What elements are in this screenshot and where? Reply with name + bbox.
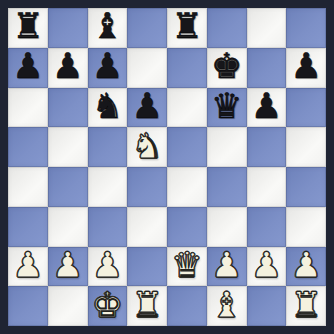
white-king[interactable]: ♚ — [92, 288, 123, 323]
square-g5[interactable] — [247, 127, 287, 167]
white-rook[interactable]: ♜ — [131, 288, 162, 323]
square-b7[interactable]: ♟ — [48, 48, 88, 88]
black-pawn[interactable]: ♟ — [251, 89, 282, 124]
square-h6[interactable] — [286, 88, 326, 128]
square-c1[interactable]: ♚ — [88, 286, 128, 326]
square-b5[interactable] — [48, 127, 88, 167]
black-king[interactable]: ♚ — [211, 49, 242, 84]
square-a4[interactable] — [8, 167, 48, 207]
white-bishop[interactable]: ♝ — [211, 288, 242, 323]
chess-board-frame: ♜♝♜♟♟♟♚♟♞♟♛♟♞♟♟♟♛♟♟♟♚♜♝♜ — [0, 0, 334, 334]
square-b2[interactable]: ♟ — [48, 247, 88, 287]
square-f2[interactable]: ♟ — [207, 247, 247, 287]
square-g2[interactable]: ♟ — [247, 247, 287, 287]
square-b6[interactable] — [48, 88, 88, 128]
square-h8[interactable] — [286, 8, 326, 48]
square-g3[interactable] — [247, 207, 287, 247]
square-a8[interactable]: ♜ — [8, 8, 48, 48]
square-c5[interactable] — [88, 127, 128, 167]
square-e2[interactable]: ♛ — [167, 247, 207, 287]
chess-board: ♜♝♜♟♟♟♚♟♞♟♛♟♞♟♟♟♛♟♟♟♚♜♝♜ — [8, 8, 326, 326]
black-pawn[interactable]: ♟ — [92, 49, 123, 84]
square-c2[interactable]: ♟ — [88, 247, 128, 287]
square-b1[interactable] — [48, 286, 88, 326]
black-pawn[interactable]: ♟ — [12, 49, 43, 84]
white-queen[interactable]: ♛ — [171, 248, 202, 283]
square-a5[interactable] — [8, 127, 48, 167]
square-g1[interactable] — [247, 286, 287, 326]
white-rook[interactable]: ♜ — [290, 288, 321, 323]
square-f3[interactable] — [207, 207, 247, 247]
square-h4[interactable] — [286, 167, 326, 207]
white-pawn[interactable]: ♟ — [211, 248, 242, 283]
square-h5[interactable] — [286, 127, 326, 167]
square-g8[interactable] — [247, 8, 287, 48]
square-e4[interactable] — [167, 167, 207, 207]
square-d2[interactable] — [127, 247, 167, 287]
square-g4[interactable] — [247, 167, 287, 207]
white-knight[interactable]: ♞ — [131, 129, 162, 164]
square-d4[interactable] — [127, 167, 167, 207]
white-pawn[interactable]: ♟ — [12, 248, 43, 283]
black-queen[interactable]: ♛ — [211, 89, 242, 124]
square-d7[interactable] — [127, 48, 167, 88]
white-pawn[interactable]: ♟ — [52, 248, 83, 283]
square-d5[interactable]: ♞ — [127, 127, 167, 167]
black-rook[interactable]: ♜ — [12, 9, 43, 44]
square-c3[interactable] — [88, 207, 128, 247]
square-a1[interactable] — [8, 286, 48, 326]
square-c6[interactable]: ♞ — [88, 88, 128, 128]
black-rook[interactable]: ♜ — [171, 9, 202, 44]
square-f5[interactable] — [207, 127, 247, 167]
square-e6[interactable] — [167, 88, 207, 128]
square-b3[interactable] — [48, 207, 88, 247]
square-c8[interactable]: ♝ — [88, 8, 128, 48]
square-f6[interactable]: ♛ — [207, 88, 247, 128]
square-a7[interactable]: ♟ — [8, 48, 48, 88]
square-c7[interactable]: ♟ — [88, 48, 128, 88]
square-a2[interactable]: ♟ — [8, 247, 48, 287]
square-e8[interactable]: ♜ — [167, 8, 207, 48]
white-pawn[interactable]: ♟ — [251, 248, 282, 283]
square-e3[interactable] — [167, 207, 207, 247]
square-f4[interactable] — [207, 167, 247, 207]
black-bishop[interactable]: ♝ — [92, 9, 123, 44]
square-h1[interactable]: ♜ — [286, 286, 326, 326]
square-d8[interactable] — [127, 8, 167, 48]
square-e7[interactable] — [167, 48, 207, 88]
square-b4[interactable] — [48, 167, 88, 207]
square-h2[interactable]: ♟ — [286, 247, 326, 287]
black-pawn[interactable]: ♟ — [52, 49, 83, 84]
square-e1[interactable] — [167, 286, 207, 326]
white-pawn[interactable]: ♟ — [92, 248, 123, 283]
square-a6[interactable] — [8, 88, 48, 128]
square-h3[interactable] — [286, 207, 326, 247]
square-f8[interactable] — [207, 8, 247, 48]
square-a3[interactable] — [8, 207, 48, 247]
square-g7[interactable] — [247, 48, 287, 88]
square-b8[interactable] — [48, 8, 88, 48]
square-d6[interactable]: ♟ — [127, 88, 167, 128]
white-pawn[interactable]: ♟ — [290, 248, 321, 283]
square-e5[interactable] — [167, 127, 207, 167]
square-d1[interactable]: ♜ — [127, 286, 167, 326]
black-pawn[interactable]: ♟ — [131, 89, 162, 124]
square-d3[interactable] — [127, 207, 167, 247]
black-pawn[interactable]: ♟ — [290, 49, 321, 84]
square-f7[interactable]: ♚ — [207, 48, 247, 88]
black-knight[interactable]: ♞ — [92, 89, 123, 124]
square-g6[interactable]: ♟ — [247, 88, 287, 128]
square-h7[interactable]: ♟ — [286, 48, 326, 88]
square-c4[interactable] — [88, 167, 128, 207]
square-f1[interactable]: ♝ — [207, 286, 247, 326]
